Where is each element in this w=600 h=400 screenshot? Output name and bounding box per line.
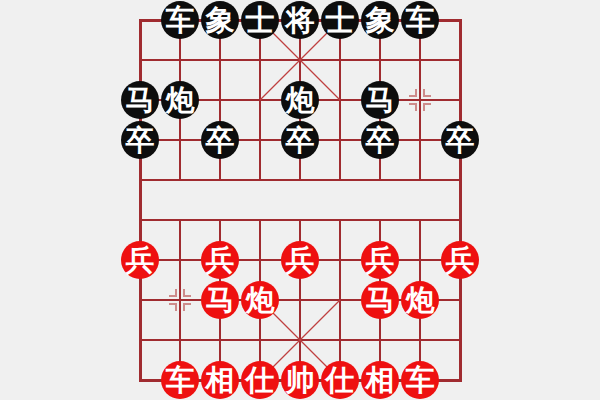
piece-black-king[interactable]: 将 (281, 1, 319, 39)
point-marker-bracket (409, 103, 417, 111)
piece-red-pawn[interactable]: 兵 (361, 241, 399, 279)
point-marker-bracket (183, 289, 191, 297)
piece-black-pawn[interactable]: 卒 (441, 121, 479, 159)
point-marker (409, 89, 431, 111)
point-marker-bracket (169, 303, 177, 311)
piece-black-cannon[interactable]: 炮 (281, 81, 319, 119)
point-marker (169, 289, 191, 311)
piece-black-elephant[interactable]: 象 (201, 1, 239, 39)
piece-layer: 车象士将士象车马炮炮马卒卒卒卒卒兵兵兵兵兵马炮马炮车相仕帅仕相车 (120, 0, 480, 400)
piece-red-pawn[interactable]: 兵 (121, 241, 159, 279)
piece-red-elephant[interactable]: 相 (201, 361, 239, 399)
piece-red-elephant[interactable]: 相 (361, 361, 399, 399)
piece-black-rook[interactable]: 车 (401, 1, 439, 39)
piece-red-advisor[interactable]: 仕 (241, 361, 279, 399)
piece-red-rook[interactable]: 车 (161, 361, 199, 399)
piece-red-advisor[interactable]: 仕 (321, 361, 359, 399)
point-marker-bracket (169, 289, 177, 297)
piece-red-pawn[interactable]: 兵 (281, 241, 319, 279)
piece-black-pawn[interactable]: 卒 (121, 121, 159, 159)
piece-red-king[interactable]: 帅 (281, 361, 319, 399)
point-marker-bracket (409, 89, 417, 97)
point-marker-bracket (183, 303, 191, 311)
piece-black-horse[interactable]: 马 (361, 81, 399, 119)
piece-red-pawn[interactable]: 兵 (201, 241, 239, 279)
piece-red-horse[interactable]: 马 (361, 281, 399, 319)
piece-black-rook[interactable]: 车 (161, 1, 199, 39)
piece-red-rook[interactable]: 车 (401, 361, 439, 399)
piece-black-advisor[interactable]: 士 (241, 1, 279, 39)
piece-red-horse[interactable]: 马 (201, 281, 239, 319)
piece-black-pawn[interactable]: 卒 (281, 121, 319, 159)
point-marker-bracket (423, 89, 431, 97)
point-marker-bracket (423, 103, 431, 111)
piece-black-horse[interactable]: 马 (121, 81, 159, 119)
xiangqi-board[interactable]: 车象士将士象车马炮炮马卒卒卒卒卒兵兵兵兵兵马炮马炮车相仕帅仕相车 (0, 0, 600, 400)
piece-red-cannon[interactable]: 炮 (241, 281, 279, 319)
piece-black-pawn[interactable]: 卒 (361, 121, 399, 159)
piece-red-cannon[interactable]: 炮 (401, 281, 439, 319)
piece-black-advisor[interactable]: 士 (321, 1, 359, 39)
piece-black-pawn[interactable]: 卒 (201, 121, 239, 159)
piece-red-pawn[interactable]: 兵 (441, 241, 479, 279)
piece-black-elephant[interactable]: 象 (361, 1, 399, 39)
piece-black-cannon[interactable]: 炮 (161, 81, 199, 119)
